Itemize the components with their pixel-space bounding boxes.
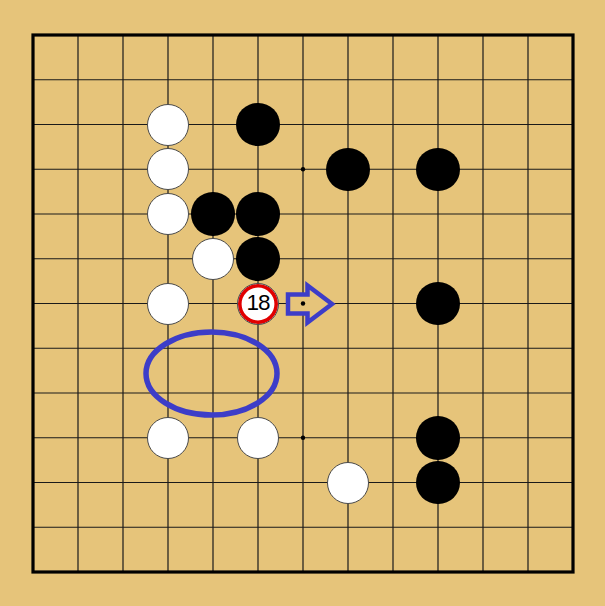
board-intersection: [416, 147, 461, 192]
board-intersection: [236, 192, 281, 237]
board-intersection: 18: [236, 281, 281, 326]
board-intersection: [146, 192, 191, 237]
white-stone: [147, 417, 189, 459]
black-stone: [236, 103, 280, 147]
black-stone: [236, 192, 280, 236]
board-intersection: [191, 192, 236, 237]
black-stone: [416, 148, 460, 192]
board-intersection: [326, 147, 371, 192]
move-18-stone: 18: [237, 283, 279, 325]
board-intersection: [236, 415, 281, 460]
stones-layer: 18: [11, 13, 596, 595]
black-stone: [416, 461, 460, 505]
go-diagram: 18: [0, 0, 605, 606]
black-stone: [326, 148, 370, 192]
board-intersection: [416, 460, 461, 505]
black-stone: [236, 237, 280, 281]
black-stone: [416, 416, 460, 460]
board-intersection: [191, 236, 236, 281]
white-stone: [237, 417, 279, 459]
white-stone: [147, 104, 189, 146]
board-intersection: [146, 102, 191, 147]
white-stone: [147, 148, 189, 190]
board-intersection: [326, 460, 371, 505]
white-stone: [327, 462, 369, 504]
move-number-label: 18: [246, 292, 269, 315]
white-stone: [192, 238, 234, 280]
white-stone: [147, 193, 189, 235]
board-intersection: [416, 415, 461, 460]
board-intersection: [236, 102, 281, 147]
board-intersection: [146, 281, 191, 326]
board-intersection: [236, 236, 281, 281]
black-stone: [416, 282, 460, 326]
board-intersection: [416, 281, 461, 326]
white-stone: [147, 283, 189, 325]
black-stone: [191, 192, 235, 236]
board-intersection: [146, 415, 191, 460]
board-intersection: [146, 147, 191, 192]
